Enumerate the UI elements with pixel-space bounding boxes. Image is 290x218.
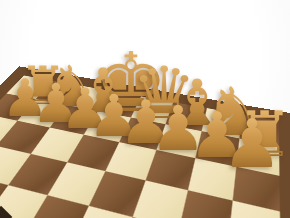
- chess-board-frame: [0, 66, 290, 218]
- chess-board: [0, 75, 286, 218]
- chess-set-photo: ♜♞♝♚♛♝♞♜♟♟♟♟♟♟♟♟: [0, 0, 290, 218]
